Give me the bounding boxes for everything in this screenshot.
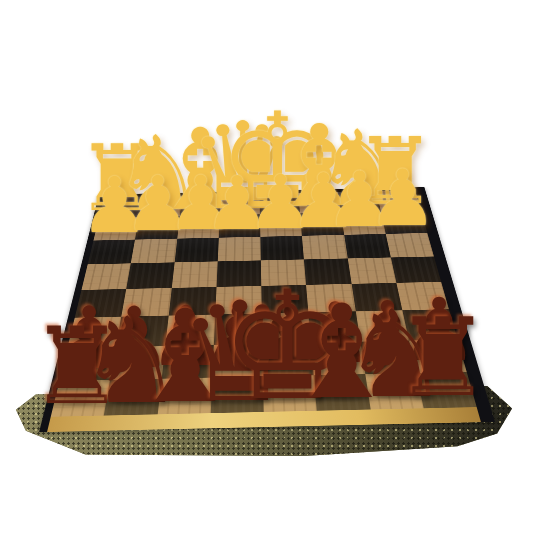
square-a4[interactable] — [81, 263, 131, 290]
piece-wP-h2[interactable]: ♟ — [368, 160, 438, 238]
piece-bR-h8[interactable]: ♜ — [394, 304, 491, 412]
chess-photo-stage: ♜♞♝♛♚♝♞♜♟♟♟♟♟♟♟♟♟♟♟♟♟♟♟♟♜♞♝♛♚♝♞♜ — [0, 0, 533, 533]
